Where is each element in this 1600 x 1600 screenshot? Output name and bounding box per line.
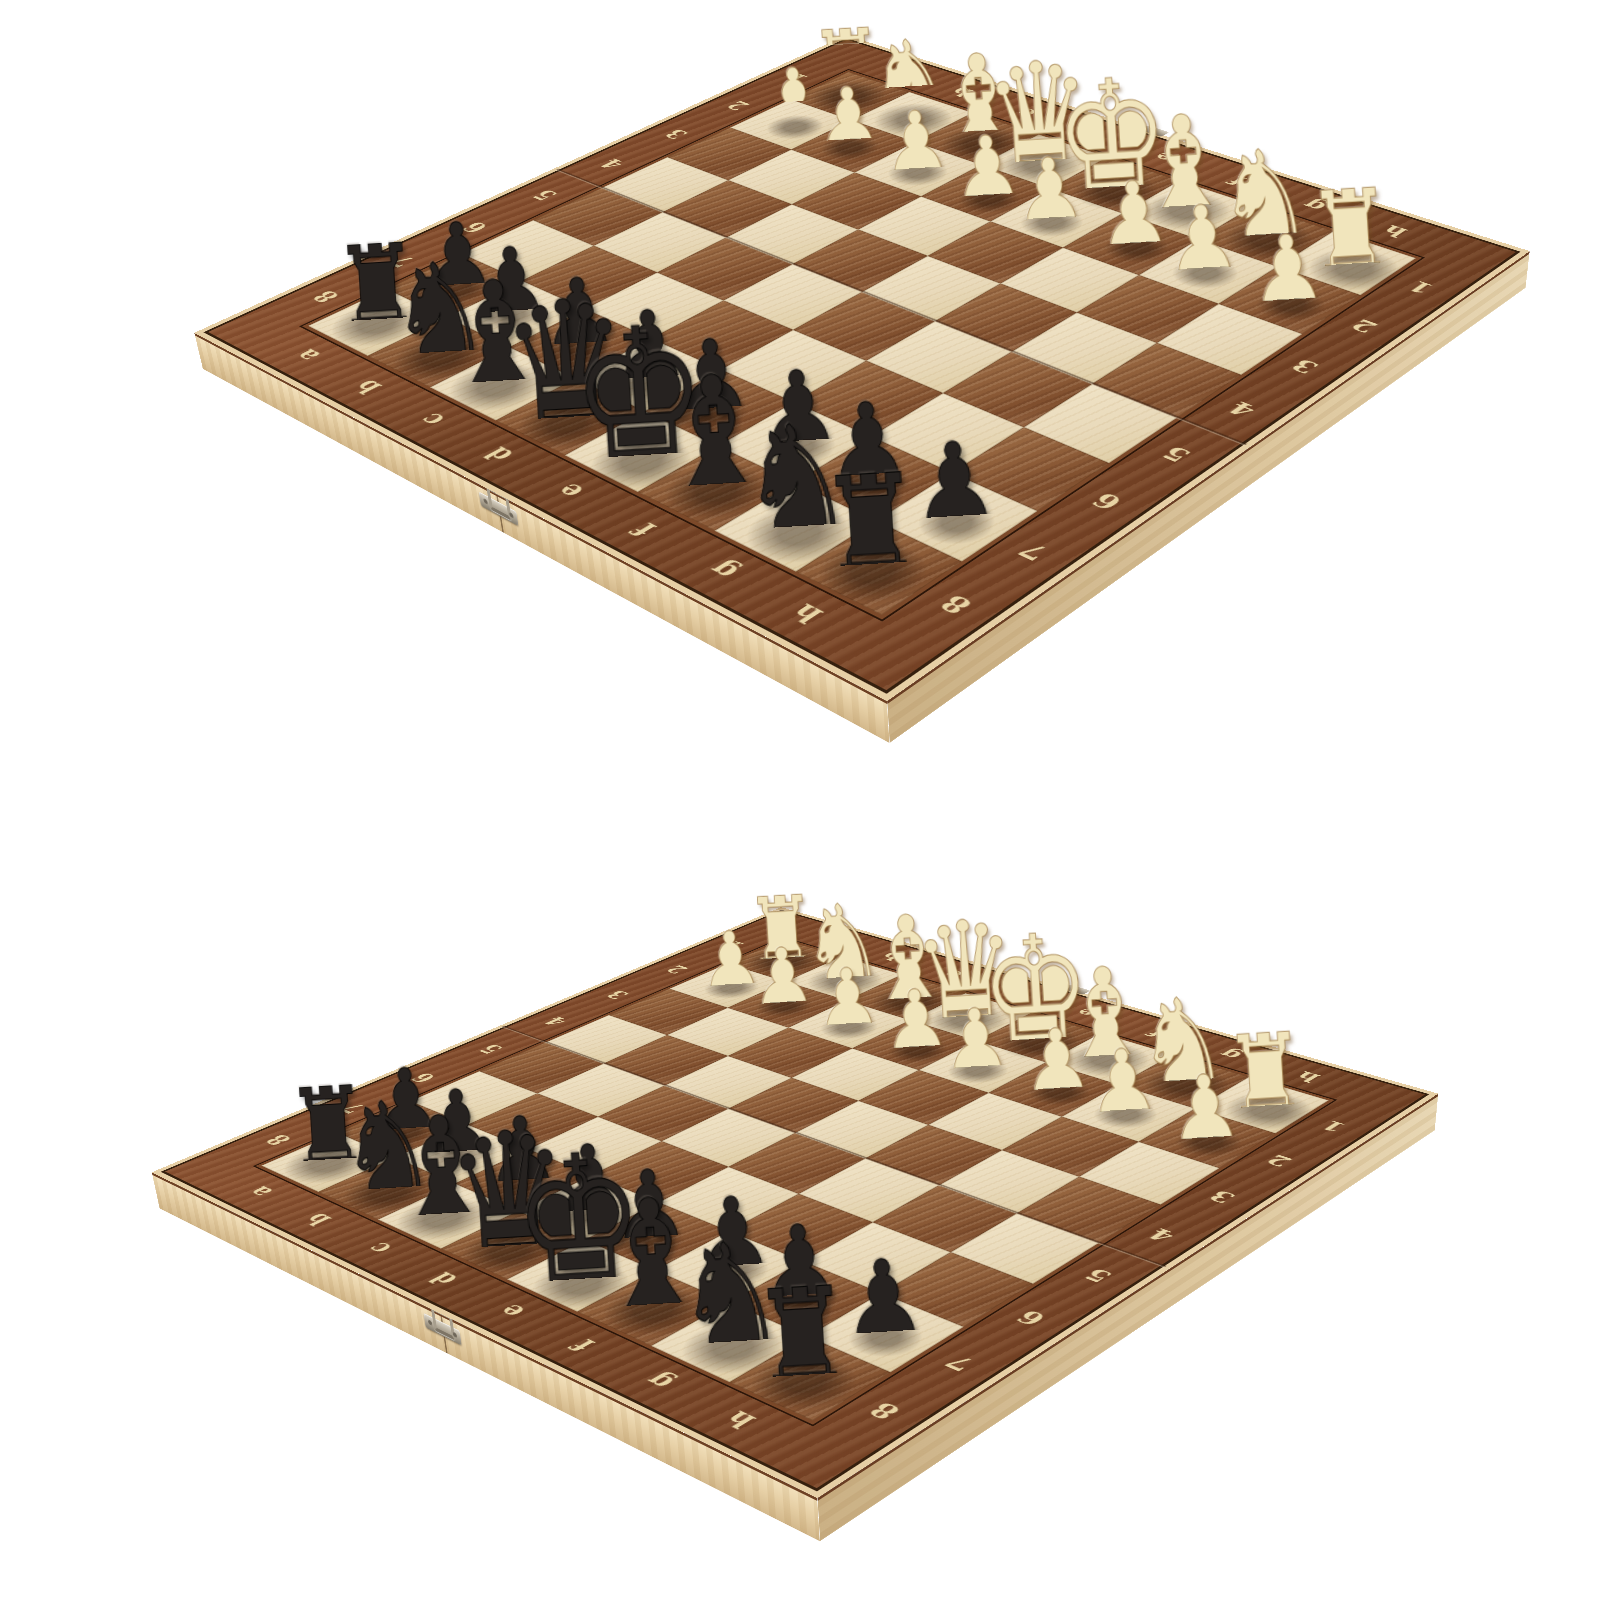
file-label-near-g: g <box>700 557 746 584</box>
rank-label-right-6: 6 <box>1010 1307 1052 1329</box>
square-f6 <box>729 1194 873 1261</box>
file-label-near-h: h <box>717 1407 763 1433</box>
file-label-far-b: b <box>946 85 978 99</box>
file-label-near-e: e <box>490 1301 531 1322</box>
file-label-far-g: g <box>1214 1047 1248 1062</box>
file-label-near-b: b <box>298 1210 338 1229</box>
rank-label-left-4: 4 <box>595 156 630 171</box>
rank-label-left-7: 7 <box>384 252 422 269</box>
rank-label-right-7: 7 <box>1011 538 1056 564</box>
rank-label-left-5: 5 <box>474 1042 508 1056</box>
product-photo-canvas: aabbccddeeffgghh1122334455667788♜♞♝♛♚♝♞♜… <box>0 0 1600 1600</box>
rank-label-right-5: 5 <box>1156 442 1198 466</box>
rank-label-left-6: 6 <box>406 1070 441 1085</box>
rank-label-right-5: 5 <box>1078 1265 1118 1286</box>
file-label-far-f: f <box>1143 1027 1170 1040</box>
rank-label-right-8: 8 <box>933 590 979 618</box>
clasp-latch <box>474 481 523 535</box>
rank-label-right-3: 3 <box>1285 356 1324 377</box>
rank-label-left-3: 3 <box>660 127 694 142</box>
rank-label-right-6: 6 <box>1086 489 1129 514</box>
file-label-far-f: f <box>1223 174 1251 188</box>
file-label-near-e: e <box>548 479 591 502</box>
file-label-near-d: d <box>477 443 520 466</box>
file-label-far-h: h <box>1290 1069 1325 1085</box>
rank-label-left-8: 8 <box>306 287 345 305</box>
file-label-far-g: g <box>1297 197 1332 214</box>
file-label-near-a: a <box>240 1183 278 1200</box>
file-label-near-a: a <box>287 346 327 365</box>
file-label-far-a: a <box>884 65 915 78</box>
file-label-far-e: e <box>1070 1006 1101 1019</box>
chessboard: aabbccddeeffgghh1122334455667788♜♞♝♛♚♝♞♜… <box>194 35 1530 701</box>
file-label-near-c: c <box>359 1239 398 1258</box>
file-label-near-f: f <box>564 1335 602 1355</box>
rank-label-right-4: 4 <box>1142 1225 1181 1245</box>
rank-label-right-1: 1 <box>1316 1118 1352 1135</box>
clasp-latch <box>419 1302 466 1354</box>
file-label-far-b: b <box>876 950 907 962</box>
rank-label-right-2: 2 <box>1345 316 1383 336</box>
file-label-far-d: d <box>1002 986 1034 999</box>
file-label-far-c: c <box>939 968 969 980</box>
file-label-near-d: d <box>422 1269 464 1290</box>
file-label-far-a: a <box>817 933 847 944</box>
file-label-near-c: c <box>411 409 452 430</box>
rank-label-left-1: 1 <box>719 939 750 951</box>
file-label-far-c: c <box>1011 106 1042 120</box>
far-clasp-tab <box>1140 125 1170 136</box>
rank-label-right-3: 3 <box>1203 1187 1241 1206</box>
rank-label-right-1: 1 <box>1402 278 1439 297</box>
rank-label-right-4: 4 <box>1222 398 1263 420</box>
rank-label-right-8: 8 <box>862 1398 907 1423</box>
file-label-near-b: b <box>347 376 389 397</box>
rank-label-left-2: 2 <box>661 963 693 975</box>
rank-label-left-4: 4 <box>539 1014 572 1027</box>
rank-label-left-7: 7 <box>335 1100 371 1116</box>
chessboard: aabbccddeeffgghh1122334455667788♜♞♝♛♚♝♞♜… <box>152 907 1439 1498</box>
rank-label-right-2: 2 <box>1261 1152 1298 1170</box>
rank-label-left-1: 1 <box>781 71 813 84</box>
file-label-far-e: e <box>1148 149 1181 164</box>
rank-label-left-3: 3 <box>602 988 635 1001</box>
rank-label-left-6: 6 <box>457 219 494 236</box>
rank-label-left-2: 2 <box>722 98 755 112</box>
file-label-near-g: g <box>637 1369 682 1393</box>
file-label-far-h: h <box>1376 222 1412 240</box>
file-label-near-f: f <box>625 519 664 541</box>
file-label-far-d: d <box>1077 127 1110 142</box>
rank-label-left-8: 8 <box>260 1132 298 1148</box>
file-label-near-h: h <box>783 599 831 628</box>
rank-label-left-5: 5 <box>528 187 564 203</box>
far-clasp-tab <box>1062 985 1090 995</box>
rank-label-right-7: 7 <box>938 1351 981 1375</box>
